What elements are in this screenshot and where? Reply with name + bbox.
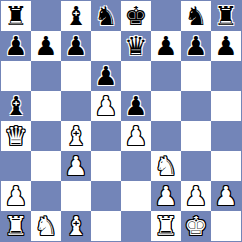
piece-white-rook[interactable]: ♜ <box>4 211 27 241</box>
piece-black-bishop[interactable]: ♝ <box>4 91 27 121</box>
square-b2[interactable] <box>31 181 61 211</box>
square-e5[interactable]: ♟ <box>121 91 151 121</box>
square-h5[interactable] <box>211 91 241 121</box>
square-f5[interactable] <box>151 91 181 121</box>
piece-black-queen[interactable]: ♛ <box>124 31 147 61</box>
square-g3[interactable] <box>181 151 211 181</box>
square-c1[interactable]: ♝ <box>61 211 91 241</box>
square-c6[interactable] <box>61 61 91 91</box>
piece-white-bishop[interactable]: ♝ <box>64 211 87 241</box>
square-g7[interactable]: ♟ <box>181 31 211 61</box>
piece-white-pawn[interactable]: ♟ <box>154 181 177 211</box>
piece-white-bishop[interactable]: ♝ <box>64 121 87 151</box>
piece-black-knight[interactable]: ♞ <box>184 1 207 31</box>
square-b4[interactable] <box>31 121 61 151</box>
square-f4[interactable] <box>151 121 181 151</box>
square-g8[interactable]: ♞ <box>181 1 211 31</box>
square-d3[interactable] <box>91 151 121 181</box>
square-c2[interactable] <box>61 181 91 211</box>
square-e6[interactable] <box>121 61 151 91</box>
piece-black-king[interactable]: ♚ <box>124 1 147 31</box>
square-d4[interactable] <box>91 121 121 151</box>
square-a2[interactable]: ♟ <box>1 181 31 211</box>
square-g5[interactable] <box>181 91 211 121</box>
square-e1[interactable] <box>121 211 151 241</box>
square-e3[interactable] <box>121 151 151 181</box>
square-a7[interactable]: ♟ <box>1 31 31 61</box>
square-d5[interactable]: ♟ <box>91 91 121 121</box>
piece-white-knight[interactable]: ♞ <box>34 211 57 241</box>
piece-black-pawn[interactable]: ♟ <box>94 61 117 91</box>
piece-black-rook[interactable]: ♜ <box>4 1 27 31</box>
square-c8[interactable]: ♝ <box>61 1 91 31</box>
square-f8[interactable] <box>151 1 181 31</box>
square-b5[interactable] <box>31 91 61 121</box>
square-a5[interactable]: ♝ <box>1 91 31 121</box>
square-h4[interactable] <box>211 121 241 151</box>
piece-black-pawn[interactable]: ♟ <box>184 31 207 61</box>
square-e7[interactable]: ♛ <box>121 31 151 61</box>
square-a8[interactable]: ♜ <box>1 1 31 31</box>
square-c5[interactable] <box>61 91 91 121</box>
square-g4[interactable] <box>181 121 211 151</box>
piece-white-pawn[interactable]: ♟ <box>94 91 117 121</box>
piece-white-king[interactable]: ♚ <box>184 211 207 241</box>
square-b8[interactable] <box>31 1 61 31</box>
square-g1[interactable]: ♚ <box>181 211 211 241</box>
square-f1[interactable]: ♜ <box>151 211 181 241</box>
square-e4[interactable]: ♟ <box>121 121 151 151</box>
piece-white-queen[interactable]: ♛ <box>4 121 27 151</box>
square-d6[interactable]: ♟ <box>91 61 121 91</box>
square-g6[interactable] <box>181 61 211 91</box>
square-h2[interactable]: ♟ <box>211 181 241 211</box>
piece-black-pawn[interactable]: ♟ <box>124 91 147 121</box>
square-f3[interactable]: ♞ <box>151 151 181 181</box>
square-f7[interactable]: ♟ <box>151 31 181 61</box>
square-h6[interactable] <box>211 61 241 91</box>
piece-white-pawn[interactable]: ♟ <box>124 121 147 151</box>
square-e2[interactable] <box>121 181 151 211</box>
square-c3[interactable]: ♟ <box>61 151 91 181</box>
piece-black-pawn[interactable]: ♟ <box>64 31 87 61</box>
square-h1[interactable] <box>211 211 241 241</box>
piece-white-rook[interactable]: ♜ <box>154 211 177 241</box>
square-h8[interactable]: ♜ <box>211 1 241 31</box>
square-a3[interactable] <box>1 151 31 181</box>
square-b6[interactable] <box>31 61 61 91</box>
piece-black-knight[interactable]: ♞ <box>94 1 117 31</box>
square-d7[interactable] <box>91 31 121 61</box>
square-e8[interactable]: ♚ <box>121 1 151 31</box>
square-h3[interactable] <box>211 151 241 181</box>
square-h7[interactable]: ♟ <box>211 31 241 61</box>
square-f2[interactable]: ♟ <box>151 181 181 211</box>
square-c7[interactable]: ♟ <box>61 31 91 61</box>
square-d1[interactable] <box>91 211 121 241</box>
square-a1[interactable]: ♜ <box>1 211 31 241</box>
chess-board-container: ♜♝♞♚♞♜♟♟♟♛♟♟♟♟♝♟♟♛♝♟♟♞♟♟♟♟♜♞♝♜♚ <box>0 0 242 242</box>
piece-black-pawn[interactable]: ♟ <box>154 31 177 61</box>
piece-black-rook[interactable]: ♜ <box>214 1 237 31</box>
piece-black-pawn[interactable]: ♟ <box>214 31 237 61</box>
piece-white-pawn[interactable]: ♟ <box>64 151 87 181</box>
square-d8[interactable]: ♞ <box>91 1 121 31</box>
square-g2[interactable]: ♟ <box>181 181 211 211</box>
piece-white-pawn[interactable]: ♟ <box>184 181 207 211</box>
square-c4[interactable]: ♝ <box>61 121 91 151</box>
square-b7[interactable]: ♟ <box>31 31 61 61</box>
square-f6[interactable] <box>151 61 181 91</box>
piece-white-knight[interactable]: ♞ <box>154 151 177 181</box>
square-b3[interactable] <box>31 151 61 181</box>
square-a4[interactable]: ♛ <box>1 121 31 151</box>
piece-white-pawn[interactable]: ♟ <box>214 181 237 211</box>
square-a6[interactable] <box>1 61 31 91</box>
square-d2[interactable] <box>91 181 121 211</box>
piece-black-pawn[interactable]: ♟ <box>4 31 27 61</box>
piece-black-pawn[interactable]: ♟ <box>34 31 57 61</box>
chess-board: ♜♝♞♚♞♜♟♟♟♛♟♟♟♟♝♟♟♛♝♟♟♞♟♟♟♟♜♞♝♜♚ <box>0 0 242 242</box>
piece-white-pawn[interactable]: ♟ <box>4 181 27 211</box>
piece-black-bishop[interactable]: ♝ <box>64 1 87 31</box>
square-b1[interactable]: ♞ <box>31 211 61 241</box>
